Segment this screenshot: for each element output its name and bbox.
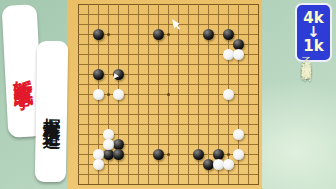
go-stone-black [153,149,164,160]
go-stone-black [103,149,114,160]
board-gridline [248,4,249,185]
go-stone-black [203,159,214,170]
star-point [227,153,230,156]
go-stone-black [113,139,124,150]
board-gridline [78,114,259,115]
go-stone-black [203,29,214,40]
board-gridline [188,4,189,185]
subtitle-text: 了这边这个地方就破不了啊 [299,49,313,189]
board-gridline [258,4,259,185]
go-stone-white [223,159,234,170]
star-point [107,93,110,96]
board-gridline [78,124,259,125]
go-stone-white [233,49,244,60]
star-point [167,153,170,156]
go-stone-black [223,29,234,40]
go-stone-black [113,149,124,160]
go-stone-white [113,89,124,100]
star-point [107,33,110,36]
go-stone-black [93,29,104,40]
board-gridline [178,4,179,185]
go-stone-black [93,69,104,80]
go-stone-black [193,149,204,160]
go-stone-white [233,129,244,140]
go-stone-white [223,49,234,60]
board-gridline [78,104,259,105]
go-stone-black [233,39,244,50]
red-banner-text: 斩断实战恶手 [5,64,41,78]
go-board [67,0,262,189]
white-banner-text: 探索棋之正道 [36,102,67,121]
go-stone-white [103,139,114,150]
board-gridline [78,184,259,185]
go-stone-white [103,129,114,140]
go-stone-black [153,29,164,40]
star-point [167,93,170,96]
go-stone-white [223,89,234,100]
white-banner: 探索棋之正道 [35,41,68,183]
go-stone-white [213,159,224,170]
go-stone-white [93,89,104,100]
video-thumbnail[interactable]: 斩断实战恶手 探索棋之正道 4k ↓ 1k 了这边这个地方就破不了啊 [0,0,336,189]
go-stone-white [93,149,104,160]
go-stone-black [213,149,224,160]
go-stone-white [233,149,244,160]
go-stone-white [93,159,104,170]
star-point [167,33,170,36]
board-gridline [78,174,259,175]
